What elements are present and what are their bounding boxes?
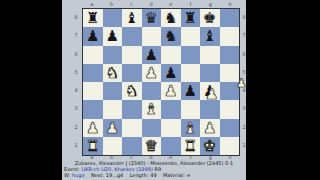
square-g8: ♚ [200,9,220,27]
square-h3 [220,100,240,118]
video-frame: abcdefgh 87654321 87654321 ♜♝♛♞♜♚♟♟♞♝♟♞♟… [0,0,320,180]
white-bishop: ♝ [181,119,201,137]
moving-white-pawn: ♟ [205,87,218,102]
file-labels-top: abcdefgh [82,1,240,7]
square-c1 [122,137,142,155]
square-c4: ♞ [122,82,142,100]
game-info-panel: Zubarev, Alexander J (2340) - Moiseenko,… [62,160,246,178]
square-a4 [83,82,103,100]
rank-label-8: 8 [72,8,80,26]
square-c8: ♝ [122,9,142,27]
rank-labels-left: 87654321 [72,8,80,154]
white-pawn: ♟ [142,64,162,82]
black-pawn: ♟ [161,64,181,82]
rank-label-3: 3 [72,99,80,117]
square-c6 [122,46,142,64]
black-bishop: ♝ [122,9,142,27]
square-e4: ♟ [161,82,181,100]
square-c5 [122,64,142,82]
square-g7: ♝ [200,27,220,45]
file-label-g: g [201,1,221,7]
square-d1: ♛ [142,137,162,155]
square-d7 [142,27,162,45]
length-value: 49 [150,172,156,178]
rank-label-1: 1 [72,136,80,154]
black-bishop: ♝ [200,27,220,45]
chess-app-panel: abcdefgh 87654321 87654321 ♜♝♛♞♜♚♟♟♞♝♟♞♟… [62,0,246,180]
square-h2 [220,119,240,137]
square-b7: ♟ [103,27,123,45]
black-pawn: ♟ [142,46,162,64]
square-f1: ♜ [181,137,201,155]
rank-label-6: 6 [240,45,248,63]
black-knight: ♞ [161,9,181,27]
white-label: W: [64,172,70,178]
square-e5: ♟ [161,64,181,82]
square-a1: ♜ [83,137,103,155]
black-rook: ♜ [181,9,201,27]
white-pawn: ♟ [83,119,103,137]
square-h8 [220,9,240,27]
square-a8: ♜ [83,9,103,27]
square-b8 [103,9,123,27]
file-label-e: e [161,1,181,7]
square-b1 [103,137,123,155]
square-f7 [181,27,201,45]
next-move-label: Next: [91,172,104,178]
square-a7: ♟ [83,27,103,45]
square-a5 [83,64,103,82]
square-c3 [122,100,142,118]
square-f5 [181,64,201,82]
square-b2: ♟ [103,119,123,137]
rank-label-4: 4 [72,81,80,99]
square-d3: ♝ [142,100,162,118]
black-queen: ♛ [142,9,162,27]
rank-label-2: 2 [240,118,248,136]
square-h1 [220,137,240,155]
white-pawn: ♟ [103,119,123,137]
square-c7 [122,27,142,45]
rank-label-7: 7 [72,26,80,44]
chess-board: ♜♝♛♞♜♚♟♟♞♝♟♞♟♟♞♟♟♟♝♟♟♝♟♜♛♜♚ [82,8,240,156]
file-label-b: b [102,1,122,7]
square-e1 [161,137,181,155]
square-d4 [142,82,162,100]
file-label-f: f [181,1,201,7]
square-e6 [161,46,181,64]
white-knight: ♞ [122,82,142,100]
rank-label-8: 8 [240,8,248,26]
square-g1: ♚ [200,137,220,155]
square-b6 [103,46,123,64]
square-e2 [161,119,181,137]
black-pawn: ♟ [83,27,103,45]
square-h6 [220,46,240,64]
white-rook: ♜ [181,137,201,155]
square-b3 [103,100,123,118]
white-queen: ♛ [142,137,162,155]
white-knight: ♞ [103,64,123,82]
square-b4 [103,82,123,100]
square-d8: ♛ [142,9,162,27]
square-c2 [122,119,142,137]
square-d6: ♟ [142,46,162,64]
white-pawn: ♟ [161,82,181,100]
white-rook: ♜ [83,137,103,155]
square-d5: ♟ [142,64,162,82]
file-label-h: h [220,1,240,7]
square-d2 [142,119,162,137]
offboard-white-pawn: ♟ [236,77,247,89]
black-king: ♚ [200,9,220,27]
black-pawn: ♟ [181,82,201,100]
status-line: W: hugo Next: 19...g4 Length: 49 Materia… [62,172,246,178]
rank-label-2: 2 [72,118,80,136]
rank-label-5: 5 [72,63,80,81]
square-g2: ♟ [200,119,220,137]
black-knight: ♞ [161,27,181,45]
next-move-value: 19...g4 [106,172,124,178]
length-label: Length: [130,172,149,178]
square-a6 [83,46,103,64]
square-h7 [220,27,240,45]
black-pawn: ♟ [103,27,123,45]
square-b5: ♞ [103,64,123,82]
square-e7: ♞ [161,27,181,45]
rank-label-1: 1 [240,136,248,154]
square-a3 [83,100,103,118]
rank-label-6: 6 [72,45,80,63]
white-value: hugo [72,172,85,178]
file-label-c: c [122,1,142,7]
square-e3 [161,100,181,118]
file-label-a: a [82,1,102,7]
file-label-d: d [141,1,161,7]
rank-label-3: 3 [240,99,248,117]
square-f4: ♟ [181,82,201,100]
white-pawn: ♟ [200,119,220,137]
square-e8: ♞ [161,9,181,27]
square-a2: ♟ [83,119,103,137]
square-f8: ♜ [181,9,201,27]
square-f6 [181,46,201,64]
square-g5 [200,64,220,82]
rank-label-7: 7 [240,26,248,44]
square-f2: ♝ [181,119,201,137]
white-king: ♚ [200,137,220,155]
white-bishop: ♝ [142,100,162,118]
material-label: Material: [163,172,185,178]
black-rook: ♜ [83,9,103,27]
material-value: = [187,172,191,178]
square-g6 [200,46,220,64]
square-f3 [181,100,201,118]
